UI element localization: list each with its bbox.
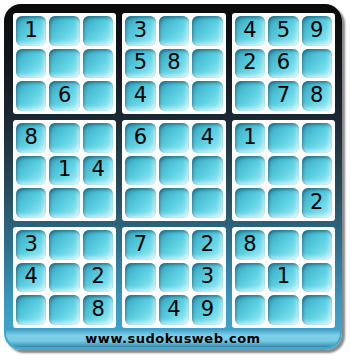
sudoku-box-1: 16 [13, 13, 116, 114]
given-digit: 3 [201, 266, 214, 288]
given-digit: 3 [25, 234, 38, 256]
cell-r3c7[interactable] [235, 81, 265, 111]
cell-r3c8: 7 [268, 81, 298, 111]
cell-r4c4: 6 [125, 123, 155, 153]
cell-r9c2[interactable] [49, 295, 79, 325]
sudoku-box-4: 814 [13, 120, 116, 221]
cell-r2c8: 6 [268, 49, 298, 79]
cell-r3c9: 8 [302, 81, 332, 111]
given-digit: 2 [310, 192, 323, 214]
cell-r4c6: 4 [192, 123, 222, 153]
cell-r7c6: 2 [192, 230, 222, 260]
cell-r9c1[interactable] [16, 295, 46, 325]
cell-r9c9[interactable] [302, 295, 332, 325]
cell-r7c8[interactable] [268, 230, 298, 260]
cell-r2c9[interactable] [302, 49, 332, 79]
cell-r8c1: 4 [16, 263, 46, 293]
given-digit: 4 [134, 85, 147, 107]
given-digit: 3 [134, 20, 147, 42]
board-frame: 1635844592678814641234287234981 www.sudo… [4, 4, 342, 350]
footer-band: www.sudokusweb.com [6, 329, 340, 347]
cell-r8c3: 2 [83, 263, 113, 293]
cell-r4c7: 1 [235, 123, 265, 153]
cell-r1c1: 1 [16, 16, 46, 46]
given-digit: 6 [58, 85, 71, 107]
cell-r8c2[interactable] [49, 263, 79, 293]
sudoku-box-6: 12 [232, 120, 335, 221]
cell-r8c5[interactable] [159, 263, 189, 293]
sudoku-box-3: 4592678 [232, 13, 335, 114]
given-digit: 1 [25, 20, 38, 42]
given-digit: 5 [277, 20, 290, 42]
sudoku-page: 1635844592678814641234287234981 www.sudo… [0, 0, 350, 360]
cell-r8c7[interactable] [235, 263, 265, 293]
given-digit: 8 [167, 52, 180, 74]
cell-r7c3[interactable] [83, 230, 113, 260]
cell-r7c4: 7 [125, 230, 155, 260]
cell-r5c5[interactable] [159, 156, 189, 186]
cell-r5c8[interactable] [268, 156, 298, 186]
cell-r1c2[interactable] [49, 16, 79, 46]
cell-r4c3[interactable] [83, 123, 113, 153]
cell-r3c1[interactable] [16, 81, 46, 111]
cell-r6c3[interactable] [83, 188, 113, 218]
cell-r2c1[interactable] [16, 49, 46, 79]
cell-r2c4: 5 [125, 49, 155, 79]
cell-r1c3[interactable] [83, 16, 113, 46]
cell-r4c8[interactable] [268, 123, 298, 153]
cell-r2c2[interactable] [49, 49, 79, 79]
cell-r1c8: 5 [268, 16, 298, 46]
sudoku-box-9: 81 [232, 227, 335, 328]
given-digit: 1 [243, 127, 256, 149]
cell-r9c3: 8 [83, 295, 113, 325]
cell-r2c3[interactable] [83, 49, 113, 79]
sudoku-box-5: 64 [122, 120, 225, 221]
cell-r8c9[interactable] [302, 263, 332, 293]
cell-r9c5: 4 [159, 295, 189, 325]
cell-r1c4: 3 [125, 16, 155, 46]
cell-r5c3: 4 [83, 156, 113, 186]
cell-r5c7[interactable] [235, 156, 265, 186]
cell-r7c1: 3 [16, 230, 46, 260]
cell-r4c1: 8 [16, 123, 46, 153]
given-digit: 4 [167, 299, 180, 321]
cell-r6c9: 2 [302, 188, 332, 218]
cell-r4c2[interactable] [49, 123, 79, 153]
given-digit: 7 [134, 234, 147, 256]
cell-r8c6: 3 [192, 263, 222, 293]
cell-r2c6[interactable] [192, 49, 222, 79]
cell-r6c5[interactable] [159, 188, 189, 218]
cell-r1c7: 4 [235, 16, 265, 46]
given-digit: 8 [310, 85, 323, 107]
cell-r5c2: 1 [49, 156, 79, 186]
cell-r8c4[interactable] [125, 263, 155, 293]
given-digit: 7 [277, 85, 290, 107]
cell-r2c7: 2 [235, 49, 265, 79]
sudoku-box-2: 3584 [122, 13, 225, 114]
given-digit: 8 [243, 234, 256, 256]
cell-r9c4[interactable] [125, 295, 155, 325]
given-digit: 6 [277, 52, 290, 74]
given-digit: 6 [134, 127, 147, 149]
given-digit: 8 [25, 127, 38, 149]
given-digit: 8 [91, 299, 104, 321]
cell-r9c7[interactable] [235, 295, 265, 325]
cell-r4c5[interactable] [159, 123, 189, 153]
given-digit: 1 [277, 266, 290, 288]
given-digit: 4 [201, 127, 214, 149]
given-digit: 4 [91, 159, 104, 181]
cell-r3c4: 4 [125, 81, 155, 111]
cell-r6c2[interactable] [49, 188, 79, 218]
cell-r6c6[interactable] [192, 188, 222, 218]
site-url: www.sudokusweb.com [85, 332, 260, 345]
given-digit: 4 [243, 20, 256, 42]
given-digit: 1 [58, 159, 71, 181]
given-digit: 2 [243, 52, 256, 74]
given-digit: 4 [25, 266, 38, 288]
cell-r1c9: 9 [302, 16, 332, 46]
cell-r1c5[interactable] [159, 16, 189, 46]
cell-r7c9[interactable] [302, 230, 332, 260]
cell-r5c9[interactable] [302, 156, 332, 186]
cell-r7c5[interactable] [159, 230, 189, 260]
cell-r9c6: 9 [192, 295, 222, 325]
given-digit: 2 [201, 234, 214, 256]
cell-r7c7: 8 [235, 230, 265, 260]
cell-r6c7[interactable] [235, 188, 265, 218]
given-digit: 5 [134, 52, 147, 74]
cell-r3c6[interactable] [192, 81, 222, 111]
cell-r1c6[interactable] [192, 16, 222, 46]
cell-r3c5[interactable] [159, 81, 189, 111]
cell-r4c9[interactable] [302, 123, 332, 153]
sudoku-box-7: 3428 [13, 227, 116, 328]
cell-r6c4[interactable] [125, 188, 155, 218]
cell-r6c8[interactable] [268, 188, 298, 218]
cell-r6c1[interactable] [16, 188, 46, 218]
sudoku-board: 1635844592678814641234287234981 [13, 13, 335, 328]
cell-r3c2: 6 [49, 81, 79, 111]
cell-r5c4[interactable] [125, 156, 155, 186]
sudoku-box-8: 72349 [122, 227, 225, 328]
cell-r3c3[interactable] [83, 81, 113, 111]
cell-r8c8: 1 [268, 263, 298, 293]
cell-r2c5: 8 [159, 49, 189, 79]
given-digit: 9 [201, 299, 214, 321]
cell-r9c8[interactable] [268, 295, 298, 325]
cell-r7c2[interactable] [49, 230, 79, 260]
cell-r5c6[interactable] [192, 156, 222, 186]
cell-r5c1[interactable] [16, 156, 46, 186]
given-digit: 2 [91, 266, 104, 288]
given-digit: 9 [310, 20, 323, 42]
